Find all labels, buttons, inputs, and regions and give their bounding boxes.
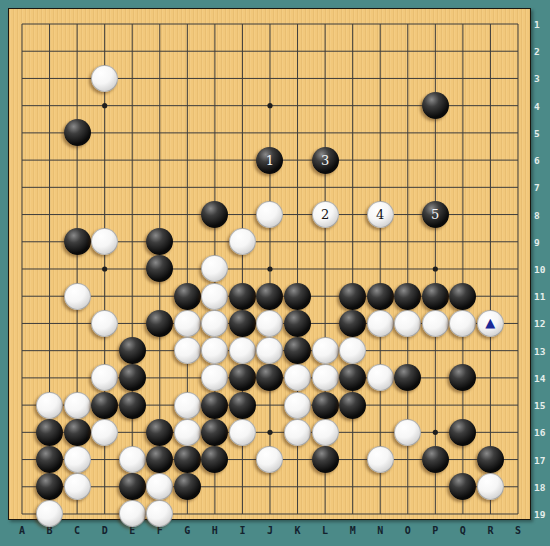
board-cell[interactable] <box>311 473 339 500</box>
board-cell[interactable] <box>146 119 174 146</box>
board-cell[interactable] <box>36 446 64 473</box>
board-cell[interactable] <box>8 92 36 119</box>
board-cell[interactable] <box>311 38 339 65</box>
board-cell[interactable] <box>118 92 146 119</box>
board-cell[interactable] <box>477 228 505 255</box>
board-cell[interactable] <box>504 391 532 418</box>
board-cell[interactable] <box>174 446 202 473</box>
board-cell[interactable] <box>229 473 257 500</box>
board-cell[interactable] <box>421 228 449 255</box>
board-cell[interactable] <box>421 391 449 418</box>
board-cell[interactable] <box>146 146 174 173</box>
board-cell[interactable] <box>118 146 146 173</box>
board-cell[interactable] <box>174 10 202 37</box>
board-cell[interactable]: 2 <box>311 201 339 228</box>
board-cell[interactable] <box>421 146 449 173</box>
board-cell[interactable] <box>504 255 532 282</box>
board-cell[interactable] <box>284 174 312 201</box>
board-cell[interactable] <box>8 419 36 446</box>
board-cell[interactable] <box>339 228 367 255</box>
board-cell[interactable] <box>339 283 367 310</box>
board-cell[interactable] <box>63 310 91 337</box>
board-cell[interactable] <box>366 310 394 337</box>
board-cell[interactable] <box>284 337 312 364</box>
board-cell[interactable] <box>449 283 477 310</box>
board-cell[interactable] <box>366 119 394 146</box>
board-cell[interactable] <box>174 201 202 228</box>
board-cell[interactable] <box>118 473 146 500</box>
board-cell[interactable] <box>339 201 367 228</box>
board-cell[interactable] <box>63 38 91 65</box>
board-cell[interactable] <box>229 419 257 446</box>
board-cell[interactable] <box>174 473 202 500</box>
board-cell[interactable] <box>311 310 339 337</box>
board-cell[interactable]: 4 <box>366 201 394 228</box>
board-cell[interactable] <box>229 174 257 201</box>
board-cell[interactable] <box>421 473 449 500</box>
board-cell[interactable] <box>366 228 394 255</box>
board-cell[interactable] <box>366 146 394 173</box>
board-cell[interactable] <box>449 174 477 201</box>
board-cell[interactable] <box>8 446 36 473</box>
board-cell[interactable] <box>284 310 312 337</box>
board-cell[interactable] <box>504 119 532 146</box>
board-cell[interactable] <box>229 283 257 310</box>
board-cell[interactable] <box>449 92 477 119</box>
board-cell[interactable] <box>477 283 505 310</box>
board-cell[interactable] <box>36 391 64 418</box>
board-cell[interactable] <box>91 38 119 65</box>
board-cell[interactable] <box>174 337 202 364</box>
board-cell[interactable] <box>504 364 532 391</box>
board-cell[interactable] <box>394 364 422 391</box>
board-cell[interactable] <box>63 391 91 418</box>
board-cell[interactable] <box>8 473 36 500</box>
board-cell[interactable] <box>449 228 477 255</box>
board-cell[interactable] <box>174 38 202 65</box>
board-cell[interactable] <box>118 310 146 337</box>
board-cell[interactable] <box>311 337 339 364</box>
board-cell[interactable] <box>118 65 146 92</box>
board-cell[interactable] <box>256 10 284 37</box>
board-cell[interactable] <box>339 391 367 418</box>
board-cell[interactable] <box>118 174 146 201</box>
board-cell[interactable] <box>201 283 229 310</box>
board-cell[interactable] <box>8 255 36 282</box>
board-cell[interactable] <box>311 10 339 37</box>
board-cell[interactable] <box>146 473 174 500</box>
board-cell[interactable] <box>256 65 284 92</box>
board-cell[interactable] <box>174 65 202 92</box>
board-cell[interactable] <box>256 255 284 282</box>
board-cell[interactable] <box>201 337 229 364</box>
board-cell[interactable] <box>229 38 257 65</box>
board-cell[interactable] <box>118 228 146 255</box>
board-cell[interactable] <box>201 38 229 65</box>
board-cell[interactable] <box>8 174 36 201</box>
board-cell[interactable] <box>394 255 422 282</box>
board-cell[interactable] <box>421 92 449 119</box>
board-cell[interactable] <box>284 473 312 500</box>
board-cell[interactable] <box>477 65 505 92</box>
board-cell[interactable] <box>394 201 422 228</box>
board-cell[interactable] <box>201 201 229 228</box>
board-cell[interactable] <box>256 92 284 119</box>
board-cell[interactable] <box>394 446 422 473</box>
board-cell[interactable] <box>449 38 477 65</box>
board-cell[interactable] <box>504 10 532 37</box>
board-cell[interactable] <box>146 255 174 282</box>
board-cell[interactable] <box>146 310 174 337</box>
board-cell[interactable] <box>339 146 367 173</box>
board-cell[interactable] <box>229 337 257 364</box>
board-cell[interactable] <box>256 419 284 446</box>
board-cell[interactable] <box>256 283 284 310</box>
board-cell[interactable] <box>339 255 367 282</box>
board-cell[interactable] <box>339 174 367 201</box>
board-cell[interactable] <box>284 38 312 65</box>
board-cell[interactable] <box>118 446 146 473</box>
board-cell[interactable] <box>174 419 202 446</box>
board-cell[interactable] <box>174 255 202 282</box>
board-cell[interactable] <box>366 174 394 201</box>
board-cell[interactable] <box>118 119 146 146</box>
board-cell[interactable] <box>421 38 449 65</box>
board-cell[interactable] <box>339 446 367 473</box>
board-cell[interactable] <box>229 65 257 92</box>
board-cell[interactable] <box>421 364 449 391</box>
board-cell[interactable] <box>394 38 422 65</box>
board-cell[interactable] <box>174 228 202 255</box>
board-cell[interactable] <box>477 92 505 119</box>
board-cell[interactable] <box>63 228 91 255</box>
board-cell[interactable] <box>504 38 532 65</box>
board-cell[interactable] <box>394 92 422 119</box>
board-cell[interactable] <box>477 364 505 391</box>
board-cell[interactable] <box>339 473 367 500</box>
board-cell[interactable] <box>229 310 257 337</box>
board-cell[interactable] <box>63 255 91 282</box>
board-cell[interactable] <box>118 201 146 228</box>
board-cell[interactable] <box>256 337 284 364</box>
board-cell[interactable] <box>504 337 532 364</box>
board-cell[interactable] <box>201 364 229 391</box>
board-cell[interactable] <box>421 174 449 201</box>
board-cell[interactable] <box>63 92 91 119</box>
board-cell[interactable] <box>201 92 229 119</box>
board-cell[interactable] <box>449 65 477 92</box>
board-cell[interactable] <box>504 174 532 201</box>
board-cell[interactable] <box>504 65 532 92</box>
board-cell[interactable] <box>146 446 174 473</box>
board-cell[interactable] <box>284 10 312 37</box>
board-cell[interactable] <box>339 38 367 65</box>
board-cell[interactable] <box>8 65 36 92</box>
board-cell[interactable] <box>118 38 146 65</box>
board-cell[interactable] <box>201 228 229 255</box>
board-cell[interactable] <box>229 255 257 282</box>
board-cell[interactable] <box>201 10 229 37</box>
board-cell[interactable] <box>394 283 422 310</box>
board-cell[interactable] <box>504 419 532 446</box>
board-cell[interactable] <box>504 228 532 255</box>
board-cell[interactable] <box>174 119 202 146</box>
board-cell[interactable] <box>63 146 91 173</box>
board-cell[interactable] <box>366 337 394 364</box>
board-cell[interactable] <box>449 10 477 37</box>
board-cell[interactable] <box>36 310 64 337</box>
board-cell[interactable] <box>311 174 339 201</box>
board-cell[interactable] <box>91 201 119 228</box>
board-cell[interactable] <box>339 92 367 119</box>
board-cell[interactable] <box>449 119 477 146</box>
board-cell[interactable] <box>366 255 394 282</box>
board-cell[interactable] <box>284 65 312 92</box>
board-cell[interactable] <box>366 65 394 92</box>
board-cell[interactable] <box>477 201 505 228</box>
board-cell[interactable] <box>229 10 257 37</box>
board-cell[interactable] <box>91 174 119 201</box>
board-cell[interactable] <box>229 201 257 228</box>
board-cell[interactable] <box>504 92 532 119</box>
board-cell[interactable] <box>256 174 284 201</box>
board-cell[interactable] <box>284 255 312 282</box>
board-cell[interactable] <box>339 10 367 37</box>
board-cell[interactable] <box>394 228 422 255</box>
board-cell[interactable] <box>229 228 257 255</box>
board-cell[interactable] <box>36 228 64 255</box>
board-cell[interactable] <box>63 119 91 146</box>
board-cell[interactable] <box>421 119 449 146</box>
board-cell[interactable] <box>36 364 64 391</box>
board-cell[interactable] <box>36 146 64 173</box>
board-cell[interactable]: 5 <box>421 201 449 228</box>
board-cell[interactable] <box>477 10 505 37</box>
board-cell[interactable] <box>366 446 394 473</box>
board-cell[interactable] <box>8 201 36 228</box>
board-cell[interactable] <box>174 364 202 391</box>
board-cell[interactable] <box>91 337 119 364</box>
board-cell[interactable] <box>118 10 146 37</box>
board-cell[interactable] <box>284 92 312 119</box>
board-cell[interactable] <box>504 283 532 310</box>
board-cell[interactable] <box>229 92 257 119</box>
board-cell[interactable] <box>421 419 449 446</box>
board-cell[interactable] <box>201 255 229 282</box>
board-cell[interactable] <box>63 473 91 500</box>
board-cell[interactable] <box>91 473 119 500</box>
board-cell[interactable] <box>311 364 339 391</box>
board-cell[interactable] <box>477 255 505 282</box>
board-cell[interactable] <box>449 446 477 473</box>
board-cell[interactable] <box>366 473 394 500</box>
board-cell[interactable] <box>311 228 339 255</box>
board-cell[interactable] <box>229 364 257 391</box>
board-cell[interactable] <box>201 119 229 146</box>
board-cell[interactable] <box>366 419 394 446</box>
board-cell[interactable] <box>394 10 422 37</box>
board-cell[interactable] <box>394 391 422 418</box>
board-cell[interactable] <box>284 419 312 446</box>
board-cell[interactable] <box>8 364 36 391</box>
board-cell[interactable] <box>394 473 422 500</box>
board-cell[interactable] <box>91 419 119 446</box>
board-cell[interactable] <box>256 38 284 65</box>
board-cell[interactable] <box>256 391 284 418</box>
board-cell[interactable] <box>63 446 91 473</box>
board-cell[interactable] <box>201 310 229 337</box>
board-cell[interactable] <box>256 201 284 228</box>
board-cell[interactable] <box>366 283 394 310</box>
board-cell[interactable] <box>394 65 422 92</box>
board-cell[interactable] <box>36 473 64 500</box>
board-cell[interactable] <box>449 146 477 173</box>
board-cell[interactable] <box>63 201 91 228</box>
board-cell[interactable] <box>477 473 505 500</box>
board-cell[interactable] <box>146 174 174 201</box>
board-cell[interactable] <box>256 364 284 391</box>
board-cell[interactable] <box>91 391 119 418</box>
board-cell[interactable] <box>421 310 449 337</box>
board-cell[interactable] <box>174 310 202 337</box>
board-cell[interactable] <box>146 283 174 310</box>
board-cell[interactable] <box>91 119 119 146</box>
board-cell[interactable] <box>91 92 119 119</box>
board-cell[interactable] <box>118 337 146 364</box>
board-cell[interactable] <box>394 419 422 446</box>
board-cell[interactable] <box>8 391 36 418</box>
board-cell[interactable] <box>394 119 422 146</box>
board-cell[interactable] <box>284 446 312 473</box>
board-cell[interactable] <box>8 283 36 310</box>
board-cell[interactable] <box>201 65 229 92</box>
board-cell[interactable] <box>201 146 229 173</box>
board-cell[interactable] <box>8 228 36 255</box>
board-cell[interactable] <box>174 283 202 310</box>
board-cell[interactable] <box>366 364 394 391</box>
board-cell[interactable] <box>174 146 202 173</box>
board-cell[interactable] <box>477 446 505 473</box>
board-cell[interactable] <box>146 337 174 364</box>
board-cell[interactable] <box>36 337 64 364</box>
board-cell[interactable] <box>256 446 284 473</box>
board-cell[interactable] <box>174 391 202 418</box>
board-cell[interactable] <box>311 391 339 418</box>
board-cell[interactable] <box>146 201 174 228</box>
board-cell[interactable] <box>339 65 367 92</box>
board-cell[interactable] <box>91 146 119 173</box>
board-cell[interactable] <box>366 38 394 65</box>
board-cell[interactable] <box>449 419 477 446</box>
board-cell[interactable] <box>91 228 119 255</box>
board-cell[interactable] <box>477 119 505 146</box>
board-cell[interactable] <box>146 10 174 37</box>
board-cell[interactable] <box>504 201 532 228</box>
board-cell[interactable] <box>311 255 339 282</box>
board-cell[interactable] <box>477 146 505 173</box>
board-cell[interactable] <box>284 391 312 418</box>
board-cell[interactable] <box>256 473 284 500</box>
board-cell[interactable] <box>174 92 202 119</box>
board-cell[interactable] <box>63 10 91 37</box>
board-cell[interactable] <box>146 391 174 418</box>
board-cell[interactable] <box>229 446 257 473</box>
board-cell[interactable] <box>449 310 477 337</box>
board-cell[interactable] <box>477 38 505 65</box>
board-cell[interactable] <box>339 119 367 146</box>
board-cell[interactable] <box>63 65 91 92</box>
board-cell[interactable] <box>339 310 367 337</box>
board-cell[interactable] <box>8 310 36 337</box>
board-cell[interactable] <box>284 283 312 310</box>
board-cell[interactable] <box>449 201 477 228</box>
board-cell[interactable] <box>118 255 146 282</box>
board-cell[interactable] <box>311 283 339 310</box>
board-cell[interactable] <box>339 419 367 446</box>
board-cell[interactable] <box>421 446 449 473</box>
board-cell[interactable] <box>256 310 284 337</box>
board-cell[interactable] <box>256 228 284 255</box>
board-cell[interactable] <box>36 283 64 310</box>
board-cell[interactable] <box>284 146 312 173</box>
board-cell[interactable] <box>146 65 174 92</box>
board-cell[interactable] <box>36 65 64 92</box>
board-cell[interactable] <box>146 419 174 446</box>
board-cell[interactable] <box>284 119 312 146</box>
board-cell[interactable] <box>63 283 91 310</box>
board-cell[interactable] <box>91 283 119 310</box>
board-cell[interactable] <box>477 419 505 446</box>
board-cell[interactable] <box>449 255 477 282</box>
board-cell[interactable] <box>36 38 64 65</box>
board-cell[interactable] <box>118 391 146 418</box>
board-cell[interactable] <box>504 473 532 500</box>
board-cell[interactable]: ▲ <box>477 310 505 337</box>
board-cell[interactable] <box>421 65 449 92</box>
board-cell[interactable] <box>36 174 64 201</box>
board-cell[interactable] <box>421 10 449 37</box>
board-cell[interactable] <box>36 255 64 282</box>
board-cell[interactable] <box>256 119 284 146</box>
board-cell[interactable] <box>63 364 91 391</box>
board-cell[interactable] <box>421 337 449 364</box>
board-cell[interactable] <box>504 446 532 473</box>
board-cell[interactable] <box>63 419 91 446</box>
board-cell[interactable] <box>91 10 119 37</box>
board-cell[interactable] <box>311 119 339 146</box>
board-cell[interactable] <box>36 10 64 37</box>
board-cell[interactable] <box>118 364 146 391</box>
board-cell[interactable] <box>394 337 422 364</box>
board-cell[interactable] <box>201 473 229 500</box>
board-cell[interactable] <box>421 283 449 310</box>
board-cell[interactable] <box>91 446 119 473</box>
board-cell[interactable] <box>118 419 146 446</box>
board-cell[interactable] <box>311 446 339 473</box>
board-cell[interactable] <box>8 119 36 146</box>
board-cell[interactable] <box>366 10 394 37</box>
board-cell[interactable] <box>394 174 422 201</box>
board-cell[interactable] <box>504 310 532 337</box>
board-cell[interactable] <box>146 364 174 391</box>
board-cell[interactable] <box>146 92 174 119</box>
board-cell[interactable] <box>8 38 36 65</box>
board-cell[interactable] <box>174 174 202 201</box>
board-cell[interactable] <box>63 174 91 201</box>
board-cell[interactable] <box>284 228 312 255</box>
board-cell[interactable] <box>449 337 477 364</box>
board-cell[interactable] <box>91 65 119 92</box>
